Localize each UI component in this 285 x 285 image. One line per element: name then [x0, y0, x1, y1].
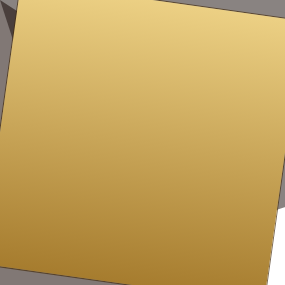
wooden-box [0, 0, 285, 285]
product-photo: ♜♞♝♛♚♝♞♜♟♟♟♟♟♟♟♟♟♟♟♟♟♟♟♟♜♞♝♛♚♝♞♜ ABCDEFG… [0, 0, 285, 285]
brass-clasp-icon [0, 0, 285, 285]
